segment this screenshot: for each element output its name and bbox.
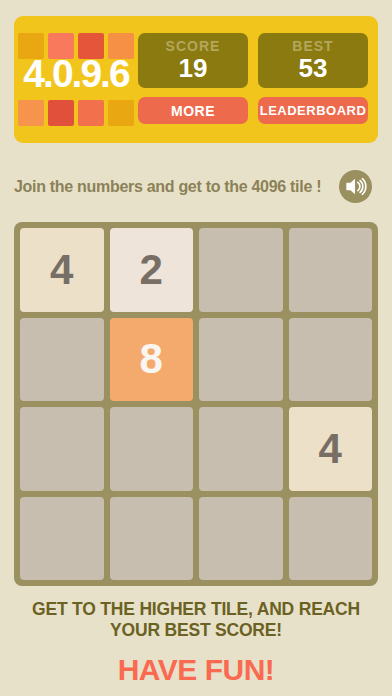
footer-line2: YOUR BEST SCORE! [0, 620, 392, 641]
subtitle-text: Join the numbers and get to the 4096 til… [14, 178, 321, 196]
empty-cell [199, 318, 283, 402]
empty-cell [199, 228, 283, 312]
sound-toggle-button[interactable] [339, 170, 372, 203]
footer-line1: GET TO THE HIGHER TILE, AND REACH [0, 599, 392, 620]
best-value: 53 [299, 54, 328, 83]
best-label: BEST [292, 38, 333, 54]
more-button[interactable]: MORE [138, 97, 248, 124]
logo-square [48, 100, 74, 126]
best-box: BEST 53 [258, 33, 368, 88]
tile-4: 4 [289, 407, 373, 491]
empty-cell [199, 497, 283, 581]
app-logo: 4.0.9.6 [15, 50, 137, 98]
game-board[interactable]: 4284 [14, 222, 378, 586]
score-value: 19 [179, 54, 208, 83]
empty-cell [289, 318, 373, 402]
have-fun-text: HAVE FUN! [0, 653, 392, 687]
empty-cell [289, 228, 373, 312]
leaderboard-button[interactable]: LEADERBOARD [258, 97, 368, 124]
empty-cell [20, 497, 104, 581]
speaker-icon [339, 170, 372, 203]
footer-note: GET TO THE HIGHER TILE, AND REACH YOUR B… [0, 599, 392, 641]
logo-square [108, 100, 134, 126]
tile-2: 2 [110, 228, 194, 312]
tile-4: 4 [20, 228, 104, 312]
score-label: SCORE [166, 38, 221, 54]
logo-square [18, 100, 44, 126]
logo-square [78, 100, 104, 126]
empty-cell [110, 497, 194, 581]
empty-cell [20, 318, 104, 402]
empty-cell [20, 407, 104, 491]
tile-8: 8 [110, 318, 194, 402]
logo-squares-bottom [18, 100, 134, 126]
score-box: SCORE 19 [138, 33, 248, 88]
empty-cell [289, 497, 373, 581]
empty-cell [110, 407, 194, 491]
header-card: 4.0.9.6 SCORE 19 BEST 53 MORE LEADERBOAR… [14, 16, 378, 143]
subtitle-row: Join the numbers and get to the 4096 til… [14, 170, 372, 203]
empty-cell [199, 407, 283, 491]
